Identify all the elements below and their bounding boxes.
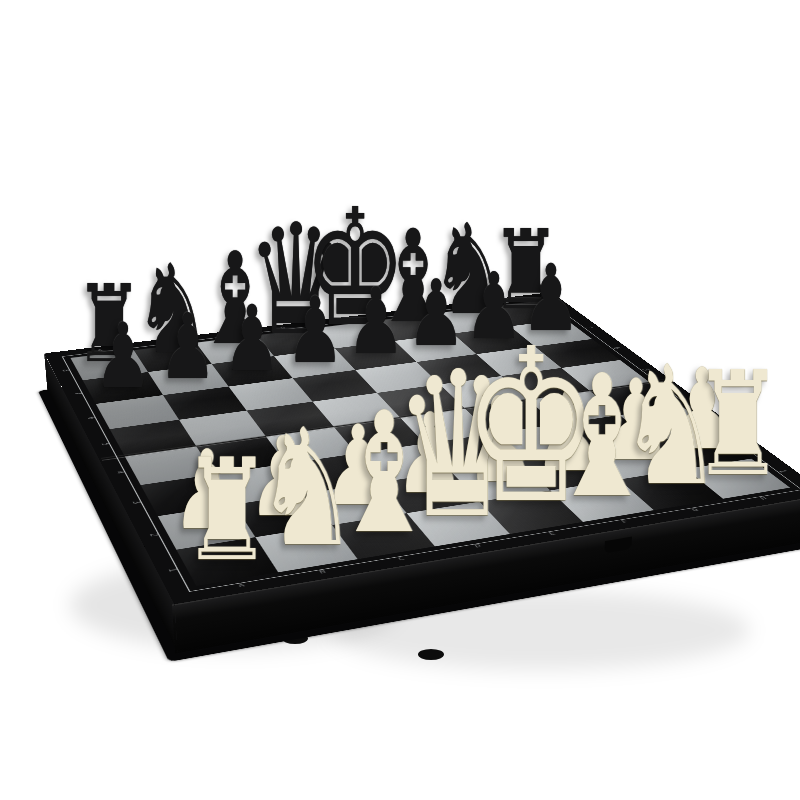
board-coordinate-label: C [221, 334, 227, 337]
board-coordinate-label: B [318, 570, 327, 575]
board-coordinate-label: E [339, 320, 345, 323]
board-coordinate-label: 6 [86, 416, 96, 419]
board-coordinate-label: D [280, 327, 286, 330]
board-coordinate-label: 8 [61, 369, 70, 372]
board-coordinate-label: 7 [584, 327, 593, 329]
board-coordinate-label: A [237, 583, 245, 588]
product-photo-stage: 8877665544332211AABBCCDDEEFFGGHH ♜♞♝♛♚♝♞… [0, 0, 800, 800]
case-foot [418, 649, 444, 660]
board-coordinate-label: 4 [671, 391, 681, 394]
board-coordinate-label: G [452, 306, 458, 309]
board-coordinate-label: F [396, 313, 402, 316]
board-coordinate-label: 1 [166, 567, 178, 572]
board-coordinate-label: 2 [739, 441, 750, 444]
board-coordinate-label: 7 [73, 392, 83, 395]
board-coordinate-label: 1 [776, 469, 788, 473]
board-coordinate-label: 3 [130, 500, 141, 504]
board-coordinate-label: 5 [640, 368, 650, 371]
board-coordinate-label: 5 [100, 442, 110, 445]
board-coordinate-label: A [97, 349, 103, 352]
board-coordinate-label: E [548, 531, 557, 536]
board-coordinate-label: D [474, 544, 483, 549]
board-coordinate-label: 4 [114, 470, 125, 474]
board-coordinate-label: 6 [611, 347, 621, 350]
board-coordinate-label: B [160, 341, 166, 344]
board-coordinate-label: 8 [558, 307, 567, 309]
board-coordinate-label: 3 [704, 415, 715, 418]
board-coordinate-label: 2 [147, 533, 159, 537]
chess-board: 8877665544332211AABBCCDDEEFFGGHH [44, 292, 800, 604]
board-coordinate-label: H [507, 299, 513, 302]
chess-set-scene: 8877665544332211AABBCCDDEEFFGGHH [48, 327, 800, 652]
board-coordinate-label: C [397, 556, 406, 561]
board-coordinate-label: F [620, 519, 629, 524]
board-coordinate-label: H [759, 496, 768, 500]
board-coordinate-label: G [691, 508, 700, 512]
case-clasp [604, 537, 632, 554]
